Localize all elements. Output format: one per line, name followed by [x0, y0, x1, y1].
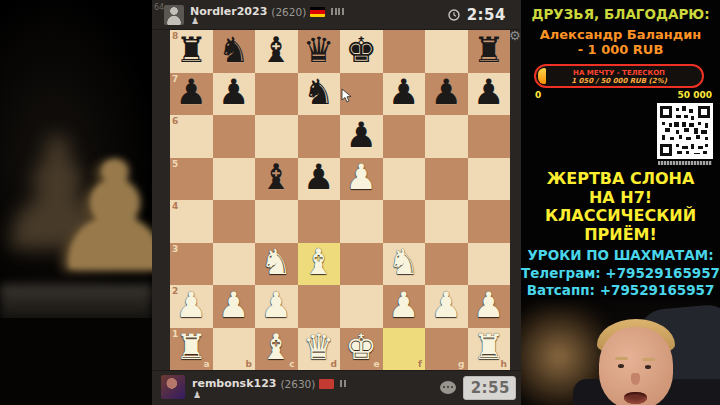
black-piece-h7[interactable]: ♟ — [473, 75, 504, 110]
lessons-heading: УРОКИ ПО ШАХМАТАМ: — [521, 247, 720, 265]
background-photo: ♟ ♟ — [0, 0, 152, 405]
square-a1[interactable]: 1a♜ — [170, 328, 213, 371]
goal-progress-text: 1 050 / 50 000 RUB (2%) — [536, 77, 702, 86]
goal-min-label: 0 — [535, 90, 541, 100]
square-b7[interactable]: ♟ — [213, 73, 256, 116]
eye — [645, 365, 651, 369]
square-f6[interactable] — [383, 115, 426, 158]
square-d5[interactable]: ♟ — [298, 158, 341, 201]
square-e2[interactable] — [340, 285, 383, 328]
donation-qr-code — [657, 103, 713, 159]
square-b5[interactable] — [213, 158, 256, 201]
black-piece-b7[interactable]: ♟ — [218, 75, 249, 110]
square-a8[interactable]: 8♜ — [170, 30, 213, 73]
square-b1[interactable]: b — [213, 328, 256, 371]
square-g5[interactable] — [425, 158, 468, 201]
player-badges — [331, 8, 344, 15]
white-piece-a2[interactable]: ♟ — [176, 288, 207, 323]
black-piece-f7[interactable]: ♟ — [388, 75, 419, 110]
black-piece-g7[interactable]: ♟ — [431, 75, 462, 110]
donor-line: Александр Баландин - 1 000 RUB — [521, 27, 720, 57]
black-piece-h8[interactable]: ♜ — [473, 33, 504, 68]
square-h5[interactable] — [468, 158, 511, 201]
square-d4[interactable] — [298, 200, 341, 243]
square-h7[interactable]: ♟ — [468, 73, 511, 116]
square-b3[interactable] — [213, 243, 256, 286]
bottom-player-rating: (2630) — [280, 378, 315, 390]
square-c2[interactable]: ♟ — [255, 285, 298, 328]
black-piece-d5[interactable]: ♟ — [303, 160, 334, 195]
square-f3[interactable]: ♞ — [383, 243, 426, 286]
square-b2[interactable]: ♟ — [213, 285, 256, 328]
square-c8[interactable]: ♝ — [255, 30, 298, 73]
contacts-block: УРОКИ ПО ШАХМАТАМ: Телеграм: +7952916595… — [521, 247, 720, 300]
white-piece-h1[interactable]: ♜ — [473, 330, 504, 365]
streamer-webcam — [521, 299, 720, 405]
square-e3[interactable] — [340, 243, 383, 286]
black-piece-c5[interactable]: ♝ — [261, 160, 292, 195]
black-piece-a8[interactable]: ♜ — [176, 33, 207, 68]
square-g7[interactable]: ♟ — [425, 73, 468, 116]
top-player-clock: 2:54 — [452, 6, 506, 24]
white-piece-a1[interactable]: ♜ — [176, 330, 207, 365]
square-e6[interactable]: ♟ — [340, 115, 383, 158]
black-piece-b8[interactable]: ♞ — [218, 33, 249, 68]
eyebrow — [615, 357, 628, 360]
square-d6[interactable] — [298, 115, 341, 158]
white-piece-e1[interactable]: ♚ — [346, 330, 377, 365]
bottom-player-bar: rembonsk123 (2630) ♟ 2:55 — [152, 370, 521, 405]
qr-caption-text — [658, 161, 712, 165]
bottom-player-clock: 2:55 — [463, 376, 516, 400]
square-g4[interactable] — [425, 200, 468, 243]
square-f7[interactable]: ♟ — [383, 73, 426, 116]
square-e1[interactable]: e♚ — [340, 328, 383, 371]
square-a6[interactable]: 6 — [170, 115, 213, 158]
eyebrow — [642, 358, 655, 361]
black-piece-d7[interactable]: ♞ — [303, 75, 334, 110]
bottom-player-name[interactable]: rembonsk123 — [192, 377, 276, 390]
thanks-heading: ДРУЗЬЯ, БЛАГОДАРЮ: — [521, 6, 720, 22]
mouth — [624, 392, 647, 404]
file-label: g — [458, 359, 464, 369]
square-h1[interactable]: h♜ — [468, 328, 511, 371]
square-c5[interactable]: ♝ — [255, 158, 298, 201]
lesson-note: ЖЕРТВА СЛОНА НА H7! КЛАССИЧЕСКИЙ ПРИЁМ! — [521, 170, 720, 244]
eye — [618, 364, 624, 368]
top-player-name[interactable]: Nordler2023 — [190, 5, 267, 18]
white-piece-b2[interactable]: ♟ — [218, 288, 249, 323]
rank-label: 6 — [172, 116, 178, 126]
square-a2[interactable]: 2♟ — [170, 285, 213, 328]
white-piece-g2[interactable]: ♟ — [431, 288, 462, 323]
square-c3[interactable]: ♞ — [255, 243, 298, 286]
square-f5[interactable] — [383, 158, 426, 201]
square-h4[interactable] — [468, 200, 511, 243]
white-piece-d3[interactable]: ♝ — [303, 245, 334, 280]
square-h6[interactable] — [468, 115, 511, 158]
square-b8[interactable]: ♞ — [213, 30, 256, 73]
chat-bubble-icon[interactable] — [440, 381, 456, 394]
square-e5[interactable]: ♟ — [340, 158, 383, 201]
white-piece-h2[interactable]: ♟ — [473, 288, 504, 323]
square-b6[interactable] — [213, 115, 256, 158]
top-player-bar: Nordler2023 (2620) ♟ 2:54 — [152, 0, 521, 30]
square-g6[interactable] — [425, 115, 468, 158]
square-c1[interactable]: c♝ — [255, 328, 298, 371]
gear-icon[interactable]: ⚙ — [509, 28, 521, 43]
square-g2[interactable]: ♟ — [425, 285, 468, 328]
square-e4[interactable] — [340, 200, 383, 243]
white-piece-c3[interactable]: ♞ — [261, 245, 292, 280]
square-d1[interactable]: d♛ — [298, 328, 341, 371]
red-flag-icon — [319, 379, 334, 389]
square-f4[interactable] — [383, 200, 426, 243]
square-d8[interactable]: ♛ — [298, 30, 341, 73]
square-a4[interactable]: 4 — [170, 200, 213, 243]
square-h3[interactable] — [468, 243, 511, 286]
chess-board[interactable]: 8♜♞♝♛♚♜7♟♟♞♟♟♟6♟5♝♟♟43♞♝♞2♟♟♟♟♟♟1a♜bc♝d♛… — [170, 30, 510, 370]
square-g3[interactable] — [425, 243, 468, 286]
square-c7[interactable] — [255, 73, 298, 116]
square-c4[interactable] — [255, 200, 298, 243]
square-a5[interactable]: 5 — [170, 158, 213, 201]
pawn-mini-icon: ♟ — [191, 16, 199, 26]
white-piece-d1[interactable]: ♛ — [303, 330, 334, 365]
stream-frame: ♟ ♟ 64 Nordler2023 (2620) ♟ 2:54 — [0, 0, 720, 405]
bronze-pawn-icon: ♟ — [46, 142, 152, 292]
whatsapp-contact: Ватсапп: +79529165957 — [521, 282, 720, 300]
white-piece-c1[interactable]: ♝ — [261, 330, 292, 365]
player-badges — [340, 380, 346, 387]
black-piece-e8[interactable]: ♚ — [346, 33, 377, 68]
pawn-mini-icon: ♟ — [193, 390, 201, 400]
white-piece-f3[interactable]: ♞ — [388, 245, 419, 280]
square-d2[interactable] — [298, 285, 341, 328]
square-a3[interactable]: 3 — [170, 243, 213, 286]
white-piece-f2[interactable]: ♟ — [388, 288, 419, 323]
white-piece-c2[interactable]: ♟ — [261, 288, 292, 323]
square-c6[interactable] — [255, 115, 298, 158]
black-piece-c8[interactable]: ♝ — [261, 33, 292, 68]
square-f8[interactable] — [383, 30, 426, 73]
file-label: b — [246, 359, 252, 369]
square-f1[interactable]: f — [383, 328, 426, 371]
square-h2[interactable]: ♟ — [468, 285, 511, 328]
top-player-avatar[interactable] — [164, 5, 184, 25]
black-piece-e6[interactable]: ♟ — [346, 118, 377, 153]
chess-app: 64 Nordler2023 (2620) ♟ 2:54 8♜♞♝♛♚♜7♟♟♞… — [152, 0, 521, 405]
square-a7[interactable]: 7♟ — [170, 73, 213, 116]
nose — [631, 373, 640, 385]
telegram-contact: Телеграм: +79529165957 — [521, 265, 720, 283]
square-d3[interactable]: ♝ — [298, 243, 341, 286]
white-piece-e5[interactable]: ♟ — [346, 160, 377, 195]
square-g1[interactable]: g — [425, 328, 468, 371]
mouse-cursor-icon — [341, 88, 352, 103]
dark-floor — [0, 318, 152, 405]
germany-flag-icon — [310, 7, 325, 17]
rank-label: 4 — [172, 201, 178, 211]
file-label: f — [418, 359, 422, 369]
square-h8[interactable]: ♜ — [468, 30, 511, 73]
donation-goal-bar: НА МЕЧТУ - ТЕЛЕСКОП 1 050 / 50 000 RUB (… — [534, 64, 704, 88]
square-g8[interactable] — [425, 30, 468, 73]
rank-label: 5 — [172, 159, 178, 169]
square-b4[interactable] — [213, 200, 256, 243]
rank-label: 3 — [172, 244, 178, 254]
square-e8[interactable]: ♚ — [340, 30, 383, 73]
black-piece-d8[interactable]: ♛ — [303, 33, 334, 68]
square-f2[interactable]: ♟ — [383, 285, 426, 328]
black-piece-a7[interactable]: ♟ — [176, 75, 207, 110]
square-d7[interactable]: ♞ — [298, 73, 341, 116]
top-player-rating: (2620) — [271, 6, 306, 18]
goal-title: НА МЕЧТУ - ТЕЛЕСКОП — [536, 69, 702, 77]
bottom-player-avatar[interactable] — [161, 375, 185, 399]
goal-max-label: 50 000 — [678, 90, 712, 100]
